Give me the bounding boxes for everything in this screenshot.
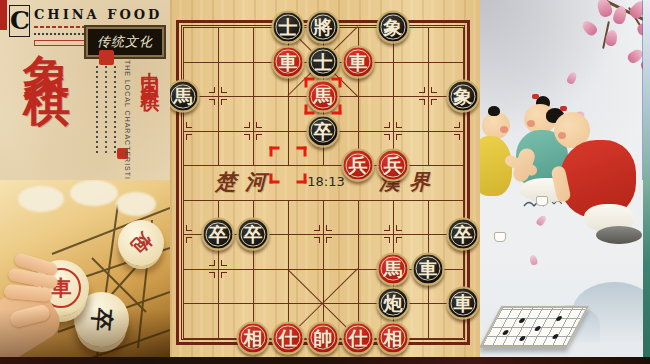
blush	[527, 120, 535, 127]
piece-black-車[interactable]: 車	[412, 252, 445, 285]
piece-char: 象	[384, 18, 403, 37]
point-marker	[208, 259, 228, 279]
piece-char: 帥	[314, 328, 333, 347]
blush	[500, 126, 508, 133]
falling-petal	[535, 214, 547, 227]
point-marker	[418, 86, 438, 106]
piece-char: 車	[419, 259, 438, 278]
grid-line	[253, 27, 254, 165]
piece-red-帥[interactable]: 帥	[307, 321, 340, 354]
piece-char: 兵	[349, 156, 368, 175]
blossom	[580, 18, 599, 37]
grid-line	[183, 27, 184, 338]
piece-char: 士	[314, 52, 333, 71]
grid-line	[183, 165, 463, 166]
piece-char: 卒	[314, 121, 333, 140]
blurred-piece	[116, 192, 156, 216]
tea-cup	[494, 232, 506, 242]
hair-ribbon	[532, 94, 539, 99]
piece-char: 卒	[209, 225, 228, 244]
point-marker	[173, 224, 193, 244]
photo-piece-back: 炮	[118, 220, 164, 266]
piece-red-車[interactable]: 車	[342, 45, 375, 78]
piece-black-象[interactable]: 象	[447, 80, 480, 113]
poster-banner-text: 传统文化	[97, 33, 153, 51]
piece-char: 相	[384, 328, 403, 347]
piece-char: 車	[454, 294, 473, 313]
point-marker	[243, 121, 263, 141]
tea-cup	[536, 196, 548, 206]
piece-black-卒[interactable]: 卒	[307, 114, 340, 147]
topknot	[488, 106, 500, 116]
piece-red-兵[interactable]: 兵	[342, 149, 375, 182]
piece-black-卒[interactable]: 卒	[447, 218, 480, 251]
go-stone	[518, 318, 526, 323]
game-timer: 18:13	[301, 174, 351, 189]
go-stone	[519, 336, 527, 341]
grid-line	[358, 200, 359, 338]
point-marker	[383, 224, 403, 244]
bottom-shadow-bar	[0, 357, 650, 364]
piece-char: 卒	[454, 225, 473, 244]
red-seal-stamp	[99, 50, 114, 65]
right-art-panel	[480, 0, 650, 364]
xiangqi-app-screen: C CHINA FOOD 传统文化 象棋 THE LOCAL CHARACTER…	[0, 0, 650, 364]
point-marker	[453, 121, 473, 141]
falling-petal	[566, 71, 578, 85]
piece-red-仕[interactable]: 仕	[272, 321, 305, 354]
piece-black-象[interactable]: 象	[377, 11, 410, 44]
xiangqi-board[interactable]: 楚河 漢界 18:13 士將象車士車馬馬象卒兵兵卒卒卒馬車炮車相仕帥仕相	[170, 0, 480, 364]
poster-title-xiangqi: 象棋	[24, 16, 71, 68]
left-poster-panel: C CHINA FOOD 传统文化 象棋 THE LOCAL CHARACTER…	[0, 0, 170, 364]
photo-piece-side-char: 卒	[85, 307, 118, 333]
poster-banner-frame: 传统文化	[84, 25, 166, 59]
piece-char: 馬	[384, 259, 403, 278]
piece-red-兵[interactable]: 兵	[377, 149, 410, 182]
piece-char: 象	[454, 87, 473, 106]
child-yellow-body	[480, 136, 512, 196]
blurred-piece	[70, 180, 118, 206]
piece-char: 士	[279, 18, 298, 37]
go-stone	[534, 326, 542, 331]
grid-line	[393, 27, 394, 165]
point-marker	[173, 121, 193, 141]
piece-black-卒[interactable]: 卒	[237, 218, 270, 251]
piece-char: 馬	[174, 87, 193, 106]
falling-petal	[529, 254, 538, 265]
poster-photo-xiangqi-pieces: 炮 卒 車	[0, 180, 170, 364]
piece-red-馬[interactable]: 馬	[377, 252, 410, 285]
point-marker	[383, 121, 403, 141]
piece-char: 將	[314, 18, 333, 37]
piece-black-士[interactable]: 士	[272, 11, 305, 44]
point-marker	[208, 86, 228, 106]
piece-char: 炮	[384, 294, 403, 313]
piece-black-炮[interactable]: 炮	[377, 287, 410, 320]
move-highlight-moved-to	[305, 78, 342, 115]
piece-black-士[interactable]: 士	[307, 45, 340, 78]
edge-strip	[643, 0, 650, 364]
piece-char: 車	[349, 52, 368, 71]
child-red-shoe	[596, 226, 642, 244]
blush	[558, 132, 566, 139]
hair-ribbon	[560, 106, 567, 111]
piece-char: 仕	[349, 328, 368, 347]
piece-char: 車	[279, 52, 298, 71]
piece-black-將[interactable]: 將	[307, 11, 340, 44]
piece-red-相[interactable]: 相	[377, 321, 410, 354]
poster-fineprint-columns	[96, 66, 122, 154]
go-stone	[552, 334, 560, 339]
piece-char: 卒	[244, 225, 263, 244]
go-stone	[502, 330, 510, 335]
move-highlight-moved-from	[270, 147, 307, 184]
piece-char: 相	[244, 328, 263, 347]
piece-red-相[interactable]: 相	[237, 321, 270, 354]
go-stone	[555, 316, 563, 321]
piece-red-車[interactable]: 車	[272, 45, 305, 78]
piece-red-仕[interactable]: 仕	[342, 321, 375, 354]
photo-piece-back-char: 炮	[125, 227, 157, 259]
point-marker	[313, 224, 333, 244]
blurred-piece	[18, 186, 64, 212]
piece-char: 仕	[279, 328, 298, 347]
piece-black-卒[interactable]: 卒	[202, 218, 235, 251]
poster-subtitle-vertical: 中国象棋	[138, 56, 164, 84]
piece-black-車[interactable]: 車	[447, 287, 480, 320]
poster-red-edge	[0, 0, 7, 30]
piece-char: 兵	[384, 156, 403, 175]
blossom	[612, 5, 628, 25]
grid-line	[323, 200, 324, 338]
